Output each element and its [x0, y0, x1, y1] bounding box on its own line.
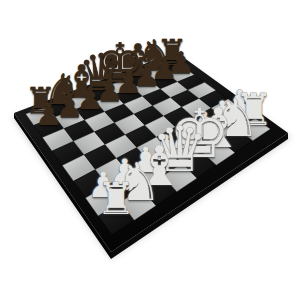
chess-set-photo: ♜♞♝♛♚♝♞♜♟♟♟♟♟♟♟♟♟♟♟♟♟♟♟♟♜♞♝♛♚♝♞♜ — [0, 0, 300, 300]
chess-board — [0, 0, 300, 300]
